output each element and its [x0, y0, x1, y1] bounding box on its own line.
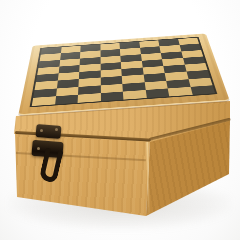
board-square — [123, 90, 146, 100]
clasp-rivet — [40, 129, 43, 132]
board-square — [168, 87, 193, 97]
clasp-top-plate — [35, 124, 61, 139]
clasp-rivet — [37, 147, 40, 150]
chessboard — [32, 38, 215, 106]
clasp-rivet — [55, 128, 58, 131]
board-square — [32, 96, 56, 106]
board-square — [78, 93, 101, 103]
board-square — [145, 88, 169, 98]
chessboard-frame — [30, 37, 218, 107]
board-square — [190, 85, 215, 95]
product-photo — [0, 0, 240, 240]
board-square — [100, 91, 123, 101]
board-square — [55, 95, 78, 105]
box-lid-top — [18, 34, 229, 116]
